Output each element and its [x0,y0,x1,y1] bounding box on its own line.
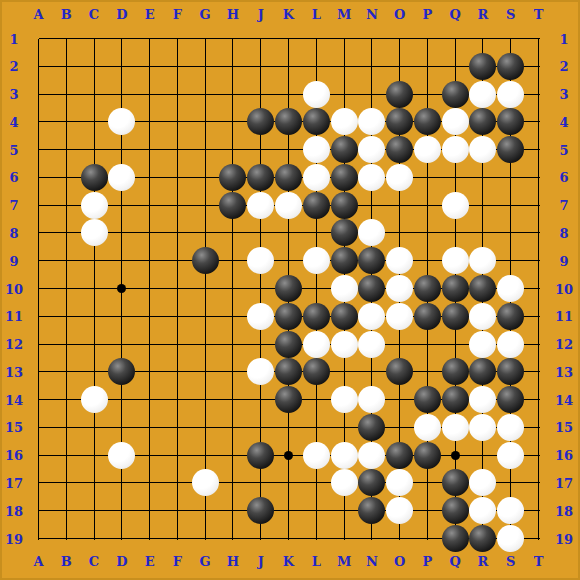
point-L14[interactable] [303,386,330,413]
point-S11[interactable] [497,303,524,330]
point-H7[interactable] [219,192,246,219]
point-T6[interactable] [525,164,552,191]
point-M19[interactable] [331,525,358,552]
point-K7[interactable] [275,192,302,219]
point-K15[interactable] [275,414,302,441]
point-D17[interactable] [108,469,135,496]
point-E9[interactable] [136,247,163,274]
point-A10[interactable] [25,275,52,302]
point-F14[interactable] [164,386,191,413]
point-L4[interactable] [303,108,330,135]
point-O19[interactable] [386,525,413,552]
point-E16[interactable] [136,442,163,469]
point-E1[interactable] [136,25,163,52]
point-C17[interactable] [81,469,108,496]
point-R12[interactable] [469,331,496,358]
point-B1[interactable] [53,25,80,52]
point-C6[interactable] [81,164,108,191]
point-E13[interactable] [136,358,163,385]
point-O13[interactable] [386,358,413,385]
point-B15[interactable] [53,414,80,441]
point-T11[interactable] [525,303,552,330]
point-B7[interactable] [53,192,80,219]
point-Q8[interactable] [442,219,469,246]
point-A6[interactable] [25,164,52,191]
point-A15[interactable] [25,414,52,441]
point-Q13[interactable] [442,358,469,385]
point-C2[interactable] [81,53,108,80]
point-B19[interactable] [53,525,80,552]
point-C16[interactable] [81,442,108,469]
point-A4[interactable] [25,108,52,135]
point-L3[interactable] [303,81,330,108]
point-Q6[interactable] [442,164,469,191]
point-F17[interactable] [164,469,191,496]
point-F7[interactable] [164,192,191,219]
point-L2[interactable] [303,53,330,80]
point-B8[interactable] [53,219,80,246]
point-P5[interactable] [414,136,441,163]
point-B18[interactable] [53,497,80,524]
point-B2[interactable] [53,53,80,80]
point-E8[interactable] [136,219,163,246]
point-R13[interactable] [469,358,496,385]
point-P15[interactable] [414,414,441,441]
point-F19[interactable] [164,525,191,552]
point-T3[interactable] [525,81,552,108]
point-E12[interactable] [136,331,163,358]
point-N4[interactable] [358,108,385,135]
point-Q7[interactable] [442,192,469,219]
point-C9[interactable] [81,247,108,274]
point-R14[interactable] [469,386,496,413]
point-O2[interactable] [386,53,413,80]
point-L1[interactable] [303,25,330,52]
point-K8[interactable] [275,219,302,246]
point-E4[interactable] [136,108,163,135]
point-N18[interactable] [358,497,385,524]
point-P17[interactable] [414,469,441,496]
point-A13[interactable] [25,358,52,385]
point-A3[interactable] [25,81,52,108]
point-L10[interactable] [303,275,330,302]
point-D3[interactable] [108,81,135,108]
point-C10[interactable] [81,275,108,302]
point-N16[interactable] [358,442,385,469]
point-C15[interactable] [81,414,108,441]
point-M18[interactable] [331,497,358,524]
point-G4[interactable] [192,108,219,135]
point-M10[interactable] [331,275,358,302]
point-O18[interactable] [386,497,413,524]
point-K13[interactable] [275,358,302,385]
point-S2[interactable] [497,53,524,80]
point-J4[interactable] [247,108,274,135]
point-S7[interactable] [497,192,524,219]
point-B13[interactable] [53,358,80,385]
point-J9[interactable] [247,247,274,274]
point-J5[interactable] [247,136,274,163]
point-N10[interactable] [358,275,385,302]
point-S9[interactable] [497,247,524,274]
point-G18[interactable] [192,497,219,524]
point-Q3[interactable] [442,81,469,108]
point-G11[interactable] [192,303,219,330]
point-F3[interactable] [164,81,191,108]
point-B17[interactable] [53,469,80,496]
point-C19[interactable] [81,525,108,552]
point-H17[interactable] [219,469,246,496]
point-O14[interactable] [386,386,413,413]
point-M8[interactable] [331,219,358,246]
point-L13[interactable] [303,358,330,385]
point-P9[interactable] [414,247,441,274]
point-L18[interactable] [303,497,330,524]
point-P14[interactable] [414,386,441,413]
point-A9[interactable] [25,247,52,274]
point-T8[interactable] [525,219,552,246]
point-J15[interactable] [247,414,274,441]
point-O16[interactable] [386,442,413,469]
point-O3[interactable] [386,81,413,108]
point-E19[interactable] [136,525,163,552]
point-H6[interactable] [219,164,246,191]
point-J8[interactable] [247,219,274,246]
point-Q15[interactable] [442,414,469,441]
point-S15[interactable] [497,414,524,441]
point-M4[interactable] [331,108,358,135]
point-R2[interactable] [469,53,496,80]
point-D18[interactable] [108,497,135,524]
point-E3[interactable] [136,81,163,108]
point-R15[interactable] [469,414,496,441]
point-H14[interactable] [219,386,246,413]
point-F11[interactable] [164,303,191,330]
point-G15[interactable] [192,414,219,441]
point-P7[interactable] [414,192,441,219]
point-P13[interactable] [414,358,441,385]
point-T5[interactable] [525,136,552,163]
point-E2[interactable] [136,53,163,80]
point-B14[interactable] [53,386,80,413]
point-C13[interactable] [81,358,108,385]
point-Q5[interactable] [442,136,469,163]
point-S17[interactable] [497,469,524,496]
point-K10[interactable] [275,275,302,302]
point-M12[interactable] [331,331,358,358]
point-A7[interactable] [25,192,52,219]
point-T7[interactable] [525,192,552,219]
point-A1[interactable] [25,25,52,52]
point-L16[interactable] [303,442,330,469]
point-A14[interactable] [25,386,52,413]
point-T9[interactable] [525,247,552,274]
point-R8[interactable] [469,219,496,246]
point-R9[interactable] [469,247,496,274]
point-R5[interactable] [469,136,496,163]
point-Q11[interactable] [442,303,469,330]
point-M11[interactable] [331,303,358,330]
point-G3[interactable] [192,81,219,108]
point-S10[interactable] [497,275,524,302]
point-D15[interactable] [108,414,135,441]
point-J16[interactable] [247,442,274,469]
point-Q17[interactable] [442,469,469,496]
point-P19[interactable] [414,525,441,552]
point-R18[interactable] [469,497,496,524]
point-S19[interactable] [497,525,524,552]
point-K11[interactable] [275,303,302,330]
point-O11[interactable] [386,303,413,330]
point-N3[interactable] [358,81,385,108]
point-H13[interactable] [219,358,246,385]
point-P8[interactable] [414,219,441,246]
point-C4[interactable] [81,108,108,135]
point-F13[interactable] [164,358,191,385]
point-A11[interactable] [25,303,52,330]
point-R11[interactable] [469,303,496,330]
point-B12[interactable] [53,331,80,358]
point-H4[interactable] [219,108,246,135]
point-S16[interactable] [497,442,524,469]
point-F6[interactable] [164,164,191,191]
point-H19[interactable] [219,525,246,552]
point-L9[interactable] [303,247,330,274]
point-N7[interactable] [358,192,385,219]
point-N9[interactable] [358,247,385,274]
point-O10[interactable] [386,275,413,302]
point-M5[interactable] [331,136,358,163]
point-A5[interactable] [25,136,52,163]
point-S5[interactable] [497,136,524,163]
point-T2[interactable] [525,53,552,80]
point-K6[interactable] [275,164,302,191]
point-Q12[interactable] [442,331,469,358]
point-C1[interactable] [81,25,108,52]
point-M14[interactable] [331,386,358,413]
point-P1[interactable] [414,25,441,52]
point-F15[interactable] [164,414,191,441]
point-M7[interactable] [331,192,358,219]
point-G17[interactable] [192,469,219,496]
point-A17[interactable] [25,469,52,496]
point-C11[interactable] [81,303,108,330]
point-G13[interactable] [192,358,219,385]
point-H8[interactable] [219,219,246,246]
point-E6[interactable] [136,164,163,191]
point-L7[interactable] [303,192,330,219]
point-M13[interactable] [331,358,358,385]
point-M15[interactable] [331,414,358,441]
point-G14[interactable] [192,386,219,413]
point-J13[interactable] [247,358,274,385]
point-T10[interactable] [525,275,552,302]
point-L15[interactable] [303,414,330,441]
point-J14[interactable] [247,386,274,413]
point-O8[interactable] [386,219,413,246]
point-S14[interactable] [497,386,524,413]
point-O1[interactable] [386,25,413,52]
point-Q16[interactable] [442,442,469,469]
point-P3[interactable] [414,81,441,108]
point-M6[interactable] [331,164,358,191]
point-J1[interactable] [247,25,274,52]
point-K12[interactable] [275,331,302,358]
point-H18[interactable] [219,497,246,524]
point-D1[interactable] [108,25,135,52]
point-N14[interactable] [358,386,385,413]
point-F10[interactable] [164,275,191,302]
point-A12[interactable] [25,331,52,358]
point-S1[interactable] [497,25,524,52]
point-O6[interactable] [386,164,413,191]
point-E10[interactable] [136,275,163,302]
point-G12[interactable] [192,331,219,358]
point-F16[interactable] [164,442,191,469]
point-F5[interactable] [164,136,191,163]
point-H1[interactable] [219,25,246,52]
point-G16[interactable] [192,442,219,469]
point-C3[interactable] [81,81,108,108]
point-J17[interactable] [247,469,274,496]
point-H16[interactable] [219,442,246,469]
point-T14[interactable] [525,386,552,413]
point-Q2[interactable] [442,53,469,80]
point-M2[interactable] [331,53,358,80]
point-K1[interactable] [275,25,302,52]
point-J11[interactable] [247,303,274,330]
point-J18[interactable] [247,497,274,524]
point-G6[interactable] [192,164,219,191]
point-G19[interactable] [192,525,219,552]
point-E5[interactable] [136,136,163,163]
point-O4[interactable] [386,108,413,135]
point-D14[interactable] [108,386,135,413]
point-D4[interactable] [108,108,135,135]
point-A16[interactable] [25,442,52,469]
point-A8[interactable] [25,219,52,246]
point-P4[interactable] [414,108,441,135]
point-E11[interactable] [136,303,163,330]
point-J10[interactable] [247,275,274,302]
point-G9[interactable] [192,247,219,274]
point-J7[interactable] [247,192,274,219]
point-E17[interactable] [136,469,163,496]
point-R16[interactable] [469,442,496,469]
point-R1[interactable] [469,25,496,52]
point-E7[interactable] [136,192,163,219]
point-J12[interactable] [247,331,274,358]
point-N15[interactable] [358,414,385,441]
point-L5[interactable] [303,136,330,163]
point-D16[interactable] [108,442,135,469]
point-S12[interactable] [497,331,524,358]
point-P2[interactable] [414,53,441,80]
point-F9[interactable] [164,247,191,274]
point-R6[interactable] [469,164,496,191]
point-H15[interactable] [219,414,246,441]
point-C18[interactable] [81,497,108,524]
point-G7[interactable] [192,192,219,219]
point-N19[interactable] [358,525,385,552]
point-K9[interactable] [275,247,302,274]
point-K14[interactable] [275,386,302,413]
point-A2[interactable] [25,53,52,80]
point-L19[interactable] [303,525,330,552]
point-D5[interactable] [108,136,135,163]
point-B9[interactable] [53,247,80,274]
point-P10[interactable] [414,275,441,302]
point-N17[interactable] [358,469,385,496]
point-O9[interactable] [386,247,413,274]
point-Q18[interactable] [442,497,469,524]
point-H12[interactable] [219,331,246,358]
point-B16[interactable] [53,442,80,469]
point-L17[interactable] [303,469,330,496]
go-board[interactable]: AABBCCDDEEFFGGHHJJKKLLMMNNOOPPQQRRSSTT11… [0,0,580,580]
point-G8[interactable] [192,219,219,246]
point-S18[interactable] [497,497,524,524]
point-B4[interactable] [53,108,80,135]
point-J3[interactable] [247,81,274,108]
point-D11[interactable] [108,303,135,330]
point-A18[interactable] [25,497,52,524]
point-C8[interactable] [81,219,108,246]
point-D6[interactable] [108,164,135,191]
point-N8[interactable] [358,219,385,246]
point-O15[interactable] [386,414,413,441]
point-H9[interactable] [219,247,246,274]
point-F1[interactable] [164,25,191,52]
point-D2[interactable] [108,53,135,80]
point-R10[interactable] [469,275,496,302]
point-T15[interactable] [525,414,552,441]
point-C14[interactable] [81,386,108,413]
point-K18[interactable] [275,497,302,524]
point-S6[interactable] [497,164,524,191]
point-N11[interactable] [358,303,385,330]
point-G2[interactable] [192,53,219,80]
point-O5[interactable] [386,136,413,163]
point-N13[interactable] [358,358,385,385]
point-K17[interactable] [275,469,302,496]
point-J2[interactable] [247,53,274,80]
point-T4[interactable] [525,108,552,135]
point-L6[interactable] [303,164,330,191]
point-E14[interactable] [136,386,163,413]
point-L12[interactable] [303,331,330,358]
point-O7[interactable] [386,192,413,219]
point-N6[interactable] [358,164,385,191]
point-R4[interactable] [469,108,496,135]
point-Q1[interactable] [442,25,469,52]
point-S13[interactable] [497,358,524,385]
point-T16[interactable] [525,442,552,469]
point-N1[interactable] [358,25,385,52]
point-N2[interactable] [358,53,385,80]
point-G1[interactable] [192,25,219,52]
point-N5[interactable] [358,136,385,163]
point-B6[interactable] [53,164,80,191]
point-O12[interactable] [386,331,413,358]
point-D9[interactable] [108,247,135,274]
point-D7[interactable] [108,192,135,219]
point-M16[interactable] [331,442,358,469]
point-K2[interactable] [275,53,302,80]
point-T1[interactable] [525,25,552,52]
point-Q19[interactable] [442,525,469,552]
point-H10[interactable] [219,275,246,302]
